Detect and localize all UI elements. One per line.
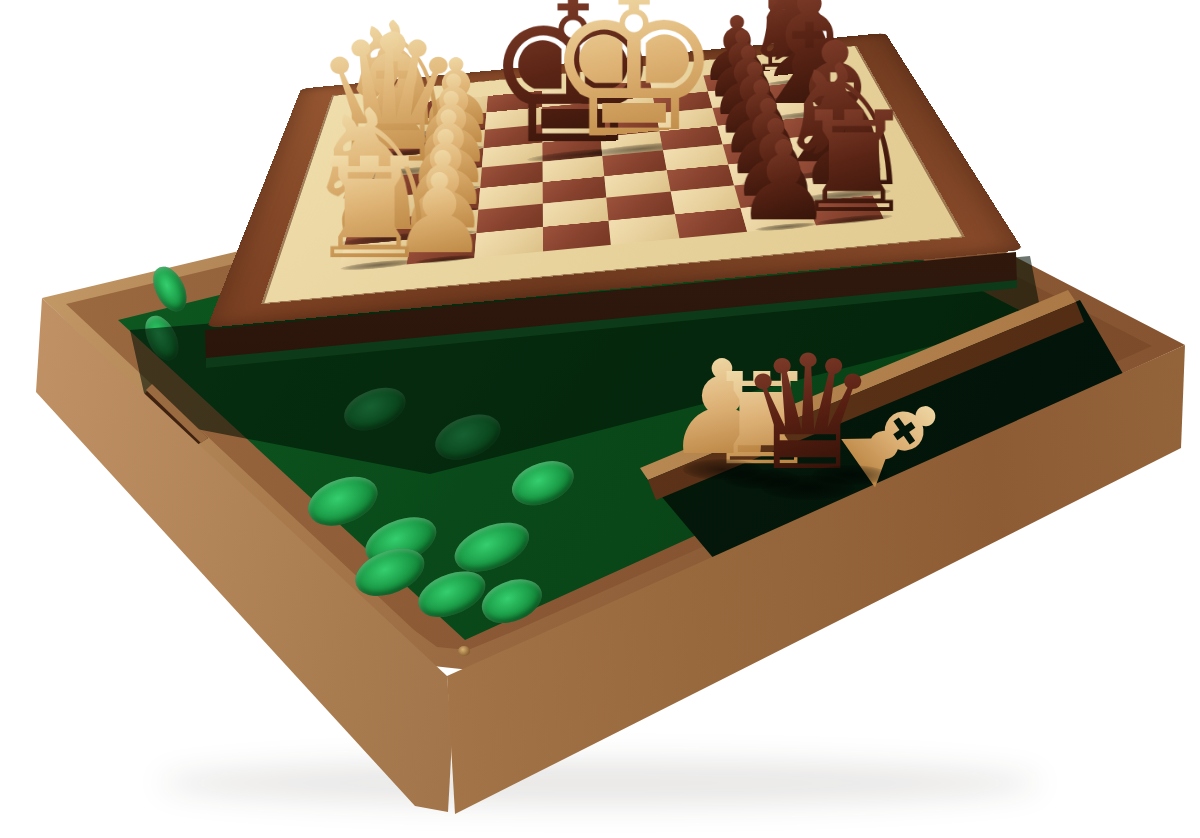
square-h8[interactable]: ♜ [807, 195, 884, 225]
black-rook[interactable]: ♜ [791, 93, 916, 232]
tray-white-bishop[interactable]: ♝ [809, 356, 977, 521]
board-maple-border: ♟♜♞♟♟♞♝♟♟♝♛♟♚♚♟♟♟♟♟♝♞♟♟♞♜♟♟♜ [261, 45, 965, 304]
square-g4[interactable] [542, 198, 608, 227]
square-f4[interactable] [542, 176, 606, 204]
tray-white-rook[interactable]: ♜ [706, 357, 819, 483]
felt-slot [147, 261, 192, 316]
felt-slot [506, 452, 581, 515]
chessboard: ♟♜♞♟♟♞♝♟♟♝♛♟♚♚♟♟♟♟♟♝♞♟♟♞♜♟♟♜ [207, 33, 1023, 328]
tray-piece-shadow [724, 469, 800, 489]
tray-white-pawn[interactable]: ♟ [664, 343, 781, 473]
tray-piece-shadow [812, 465, 888, 485]
tray-piece-shadow [761, 475, 856, 500]
white-king[interactable]: ♚ [545, 0, 724, 166]
felt-slot [301, 466, 385, 535]
square-h1[interactable]: ♜ [338, 239, 410, 271]
board-squares: ♟♜♞♟♟♞♝♟♟♝♛♟♚♚♟♟♟♟♟♝♞♟♟♞♜♟♟♜ [338, 65, 884, 271]
chess-set-photo: ♟♜♞♟♟♞♝♟♟♝♛♟♚♚♟♟♟♟♟♝♞♟♟♞♜♟♟♜ ♟♜♛♝ [0, 0, 1200, 838]
felt-slot [899, 346, 960, 398]
box-drop-shadow [160, 760, 1040, 806]
square-h5[interactable] [608, 214, 679, 245]
felt-slot [349, 538, 432, 606]
square-g5[interactable] [606, 192, 674, 221]
felt-slot [359, 507, 444, 575]
felt-slot [412, 561, 492, 626]
felt-slot [448, 512, 536, 582]
felt-slot [1022, 366, 1070, 408]
felt-slot [476, 570, 549, 632]
felt-slot [139, 310, 184, 365]
felt-slot [429, 405, 507, 469]
felt-slot [966, 371, 1032, 427]
white-rook[interactable]: ♜ [308, 139, 433, 278]
tray-black-queen[interactable]: ♛ [737, 334, 879, 492]
felt-slot [338, 379, 412, 440]
brass-pin [458, 646, 470, 656]
board-rosewood-frame: ♟♜♞♟♟♞♝♟♟♝♛♟♚♚♟♟♟♟♟♝♞♟♟♞♜♟♟♜ [207, 33, 1023, 328]
square-d5[interactable]: ♚ [600, 131, 662, 156]
tray-piece-shadow [683, 459, 761, 480]
